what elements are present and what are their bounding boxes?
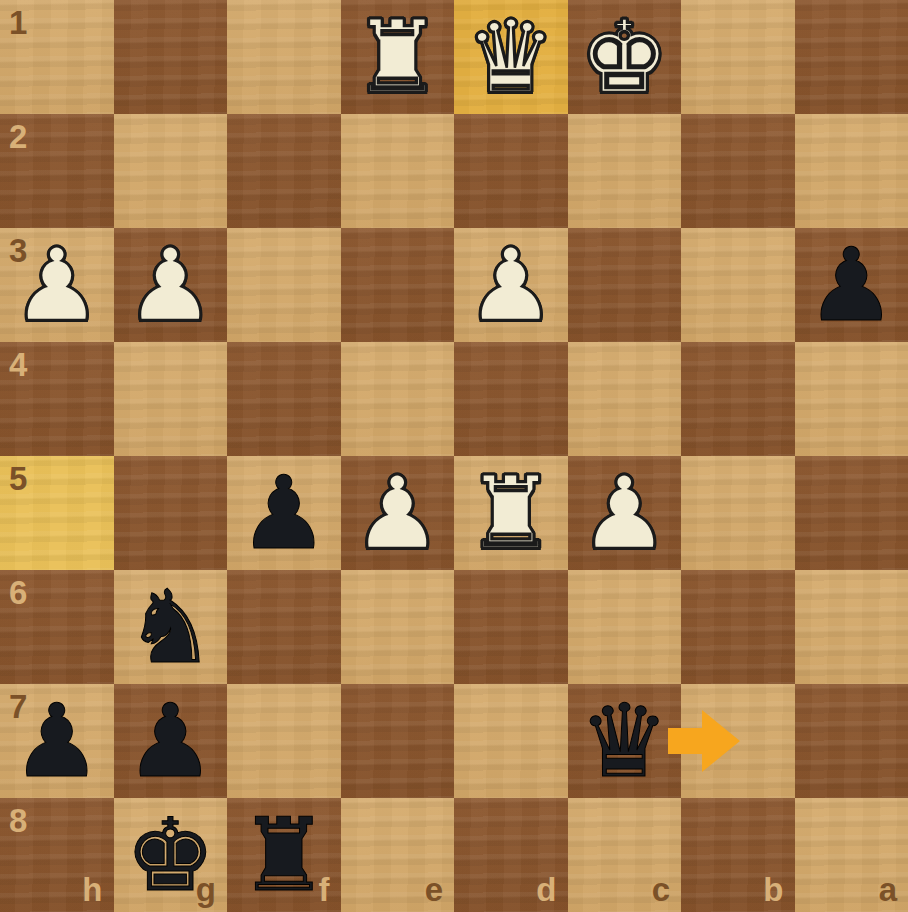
square-g3[interactable]: ♟ — [114, 228, 228, 342]
file-label-e: e — [425, 873, 443, 906]
piece-white-pawn-h3[interactable]: ♟ — [11, 228, 102, 342]
rank-label-4: 4 — [9, 348, 27, 381]
square-f4[interactable] — [227, 342, 341, 456]
square-h4[interactable]: 4 — [0, 342, 114, 456]
square-f7[interactable] — [227, 684, 341, 798]
square-f8[interactable]: f♜ — [227, 798, 341, 912]
square-e4[interactable] — [341, 342, 455, 456]
piece-black-knight-g6[interactable]: ♞ — [125, 570, 216, 684]
piece-black-king-g8[interactable]: ♚ — [125, 798, 216, 912]
square-d8[interactable]: d — [454, 798, 568, 912]
piece-white-pawn-g3[interactable]: ♟ — [125, 228, 216, 342]
square-g1[interactable] — [114, 0, 228, 114]
rank-label-5: 5 — [9, 462, 27, 495]
square-g6[interactable]: ♞ — [114, 570, 228, 684]
square-e3[interactable] — [341, 228, 455, 342]
square-c2[interactable] — [568, 114, 682, 228]
square-a8[interactable]: a — [795, 798, 908, 912]
square-g4[interactable] — [114, 342, 228, 456]
square-e7[interactable] — [341, 684, 455, 798]
piece-white-pawn-c5[interactable]: ♟ — [579, 456, 670, 570]
square-c4[interactable] — [568, 342, 682, 456]
piece-white-pawn-e5[interactable]: ♟ — [352, 456, 443, 570]
square-d6[interactable] — [454, 570, 568, 684]
square-a7[interactable] — [795, 684, 908, 798]
square-g7[interactable]: ♟ — [114, 684, 228, 798]
square-g2[interactable] — [114, 114, 228, 228]
square-b4[interactable] — [681, 342, 795, 456]
square-d7[interactable] — [454, 684, 568, 798]
square-h6[interactable]: 6 — [0, 570, 114, 684]
square-d1[interactable]: ♛ — [454, 0, 568, 114]
square-b5[interactable] — [681, 456, 795, 570]
square-c5[interactable]: ♟ — [568, 456, 682, 570]
square-d4[interactable] — [454, 342, 568, 456]
file-label-c: c — [652, 873, 670, 906]
square-e1[interactable]: ♜ — [341, 0, 455, 114]
piece-white-queen-d1[interactable]: ♛ — [465, 0, 556, 114]
square-h5[interactable]: 5 — [0, 456, 114, 570]
rank-label-2: 2 — [9, 120, 27, 153]
piece-white-rook-e1[interactable]: ♜ — [352, 0, 443, 114]
square-a6[interactable] — [795, 570, 908, 684]
square-c3[interactable] — [568, 228, 682, 342]
square-d2[interactable] — [454, 114, 568, 228]
file-label-b: b — [763, 873, 783, 906]
square-c6[interactable] — [568, 570, 682, 684]
square-c1[interactable]: ♚ — [568, 0, 682, 114]
piece-black-pawn-g7[interactable]: ♟ — [125, 684, 216, 798]
square-b1[interactable] — [681, 0, 795, 114]
square-a4[interactable] — [795, 342, 908, 456]
square-d3[interactable]: ♟ — [454, 228, 568, 342]
square-g5[interactable] — [114, 456, 228, 570]
square-e6[interactable] — [341, 570, 455, 684]
square-a3[interactable]: ♟ — [795, 228, 908, 342]
square-g8[interactable]: g♚ — [114, 798, 228, 912]
square-b3[interactable] — [681, 228, 795, 342]
square-b8[interactable]: b — [681, 798, 795, 912]
move-arrow-icon — [668, 710, 740, 772]
piece-white-rook-d5[interactable]: ♜ — [465, 456, 556, 570]
piece-black-rook-f8[interactable]: ♜ — [238, 798, 329, 912]
square-h3[interactable]: 3♟ — [0, 228, 114, 342]
piece-black-pawn-h7[interactable]: ♟ — [11, 684, 102, 798]
file-label-a: a — [879, 873, 897, 906]
file-label-h: h — [82, 873, 102, 906]
piece-white-pawn-d3[interactable]: ♟ — [465, 228, 556, 342]
square-e8[interactable]: e — [341, 798, 455, 912]
square-e5[interactable]: ♟ — [341, 456, 455, 570]
square-f3[interactable] — [227, 228, 341, 342]
square-a5[interactable] — [795, 456, 908, 570]
rank-label-6: 6 — [9, 576, 27, 609]
square-c8[interactable]: c — [568, 798, 682, 912]
piece-black-queen-c7[interactable]: ♛ — [579, 684, 670, 798]
piece-black-pawn-f5[interactable]: ♟ — [238, 456, 329, 570]
square-f5[interactable]: ♟ — [227, 456, 341, 570]
chess-board: 1♜♛♚23♟♟♟♟45♟♟♜♟6♞7♟♟♛8hg♚f♜edcba — [0, 0, 908, 912]
square-c7[interactable]: ♛ — [568, 684, 682, 798]
square-h8[interactable]: 8h — [0, 798, 114, 912]
square-f2[interactable] — [227, 114, 341, 228]
square-a2[interactable] — [795, 114, 908, 228]
square-f1[interactable] — [227, 0, 341, 114]
square-b2[interactable] — [681, 114, 795, 228]
piece-white-king-c1[interactable]: ♚ — [579, 0, 670, 114]
file-label-d: d — [536, 873, 556, 906]
rank-label-8: 8 — [9, 804, 27, 837]
square-e2[interactable] — [341, 114, 455, 228]
square-h1[interactable]: 1 — [0, 0, 114, 114]
square-h2[interactable]: 2 — [0, 114, 114, 228]
piece-black-pawn-a3[interactable]: ♟ — [806, 228, 897, 342]
square-f6[interactable] — [227, 570, 341, 684]
square-a1[interactable] — [795, 0, 908, 114]
square-d5[interactable]: ♜ — [454, 456, 568, 570]
square-h7[interactable]: 7♟ — [0, 684, 114, 798]
square-b6[interactable] — [681, 570, 795, 684]
rank-label-1: 1 — [9, 6, 27, 39]
